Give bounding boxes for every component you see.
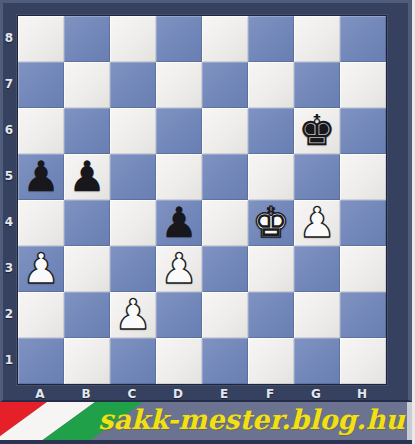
square-c3[interactable]: [110, 246, 156, 292]
square-d8[interactable]: [156, 16, 202, 62]
file-labels: ABCDEFGH: [17, 387, 385, 401]
square-b8[interactable]: [64, 16, 110, 62]
rank-label-7: 7: [2, 61, 16, 107]
square-g2[interactable]: [294, 292, 340, 338]
square-b5[interactable]: ♟: [64, 154, 110, 200]
black-pawn: ♟: [160, 200, 198, 246]
chess-board: ♚♟♟♟♚♟♟♟♟: [17, 15, 387, 385]
bottom-border: [0, 440, 415, 444]
square-f7[interactable]: [248, 62, 294, 108]
square-h5[interactable]: [340, 154, 386, 200]
square-g6[interactable]: ♚: [294, 108, 340, 154]
black-pawn: ♟: [68, 154, 106, 200]
square-d3[interactable]: ♟: [156, 246, 202, 292]
file-label-f: F: [247, 387, 293, 401]
white-pawn: ♟: [160, 246, 198, 292]
square-h3[interactable]: [340, 246, 386, 292]
square-e8[interactable]: [202, 16, 248, 62]
square-e3[interactable]: [202, 246, 248, 292]
square-h4[interactable]: [340, 200, 386, 246]
file-label-a: A: [17, 387, 63, 401]
black-king: ♚: [298, 108, 336, 154]
white-pawn: ♟: [114, 292, 152, 338]
square-h2[interactable]: [340, 292, 386, 338]
square-b3[interactable]: [64, 246, 110, 292]
square-b7[interactable]: [64, 62, 110, 108]
file-label-c: C: [109, 387, 155, 401]
square-g4[interactable]: ♟: [294, 200, 340, 246]
rank-label-5: 5: [2, 153, 16, 199]
square-h6[interactable]: [340, 108, 386, 154]
rank-label-3: 3: [2, 245, 16, 291]
square-c1[interactable]: [110, 338, 156, 384]
square-a7[interactable]: [18, 62, 64, 108]
square-b2[interactable]: [64, 292, 110, 338]
square-c7[interactable]: [110, 62, 156, 108]
square-h8[interactable]: [340, 16, 386, 62]
file-label-b: B: [63, 387, 109, 401]
watermark-url: sakk-mester.blog.hu: [98, 404, 405, 435]
square-d5[interactable]: [156, 154, 202, 200]
rank-label-1: 1: [2, 337, 16, 383]
white-pawn: ♟: [22, 246, 60, 292]
file-label-h: H: [339, 387, 385, 401]
rank-label-8: 8: [2, 15, 16, 61]
square-f8[interactable]: [248, 16, 294, 62]
square-d2[interactable]: [156, 292, 202, 338]
rank-label-6: 6: [2, 107, 16, 153]
square-f2[interactable]: [248, 292, 294, 338]
square-c2[interactable]: ♟: [110, 292, 156, 338]
square-a5[interactable]: ♟: [18, 154, 64, 200]
rank-label-2: 2: [2, 291, 16, 337]
square-d1[interactable]: [156, 338, 202, 384]
square-f3[interactable]: [248, 246, 294, 292]
square-e6[interactable]: [202, 108, 248, 154]
white-king: ♚: [252, 200, 290, 246]
square-d6[interactable]: [156, 108, 202, 154]
file-label-g: G: [293, 387, 339, 401]
chess-diagram: 87654321 ♚♟♟♟♚♟♟♟♟ ABCDEFGH sakk-mester.…: [0, 0, 415, 444]
square-g3[interactable]: [294, 246, 340, 292]
square-e5[interactable]: [202, 154, 248, 200]
square-e4[interactable]: [202, 200, 248, 246]
square-a6[interactable]: [18, 108, 64, 154]
black-pawn: ♟: [22, 154, 60, 200]
square-a1[interactable]: [18, 338, 64, 384]
file-label-d: D: [155, 387, 201, 401]
square-f4[interactable]: ♚: [248, 200, 294, 246]
square-a8[interactable]: [18, 16, 64, 62]
square-c8[interactable]: [110, 16, 156, 62]
square-e2[interactable]: [202, 292, 248, 338]
square-f1[interactable]: [248, 338, 294, 384]
square-h1[interactable]: [340, 338, 386, 384]
square-d4[interactable]: ♟: [156, 200, 202, 246]
square-f6[interactable]: [248, 108, 294, 154]
rank-label-4: 4: [2, 199, 16, 245]
square-f5[interactable]: [248, 154, 294, 200]
square-c6[interactable]: [110, 108, 156, 154]
square-c5[interactable]: [110, 154, 156, 200]
square-d7[interactable]: [156, 62, 202, 108]
rank-labels: 87654321: [2, 15, 16, 383]
square-b1[interactable]: [64, 338, 110, 384]
square-g1[interactable]: [294, 338, 340, 384]
square-e7[interactable]: [202, 62, 248, 108]
square-g7[interactable]: [294, 62, 340, 108]
footer: sakk-mester.blog.hu: [0, 402, 415, 444]
square-b4[interactable]: [64, 200, 110, 246]
file-label-e: E: [201, 387, 247, 401]
square-g8[interactable]: [294, 16, 340, 62]
square-g5[interactable]: [294, 154, 340, 200]
square-e1[interactable]: [202, 338, 248, 384]
square-c4[interactable]: [110, 200, 156, 246]
square-h7[interactable]: [340, 62, 386, 108]
square-a2[interactable]: [18, 292, 64, 338]
square-a3[interactable]: ♟: [18, 246, 64, 292]
square-a4[interactable]: [18, 200, 64, 246]
square-b6[interactable]: [64, 108, 110, 154]
white-pawn: ♟: [298, 200, 336, 246]
